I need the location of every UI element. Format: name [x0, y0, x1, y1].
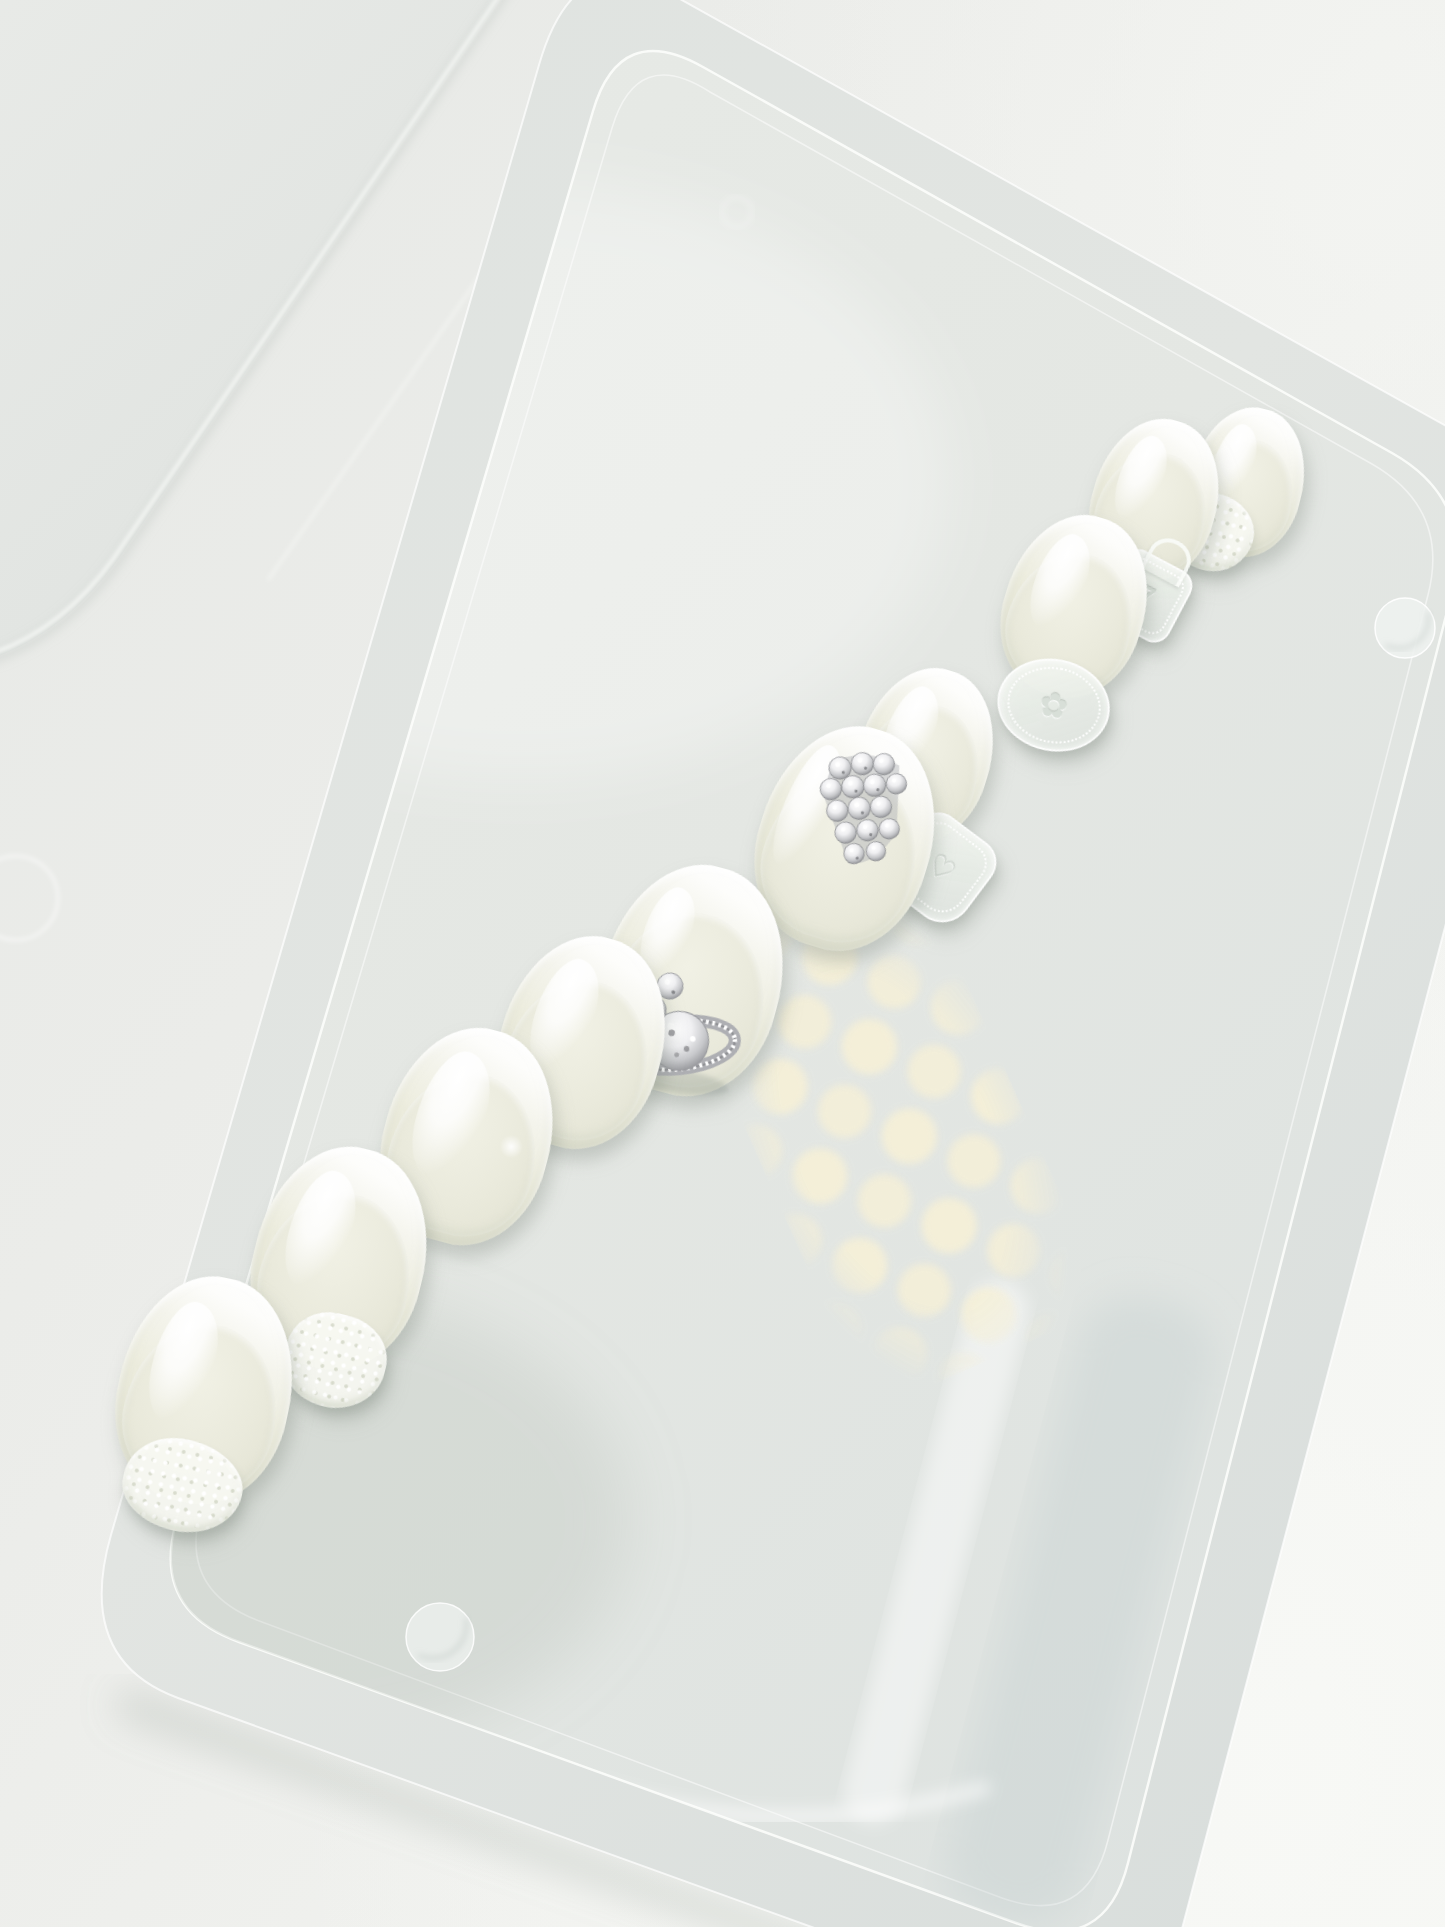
photo-scene: ♡ ✿ 7: [0, 0, 1445, 1927]
rhinestone-cluster-charm: [797, 738, 923, 884]
